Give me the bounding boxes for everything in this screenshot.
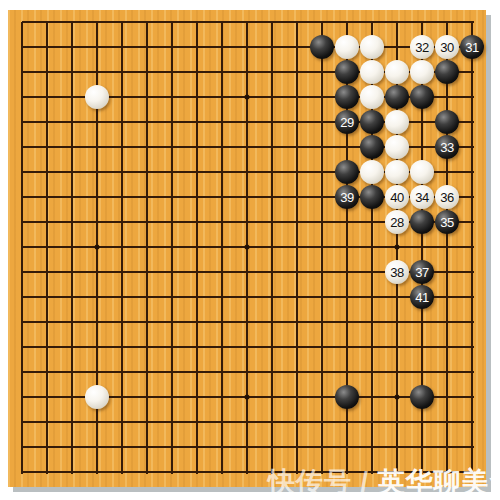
stone-white-move-30: 30	[435, 35, 459, 59]
grid-line-horizontal	[22, 321, 474, 323]
grid-line-horizontal	[22, 446, 474, 448]
move-number-label: 37	[415, 266, 428, 279]
grid-line-vertical	[21, 22, 23, 474]
grid-line-vertical	[221, 22, 223, 474]
stone-black	[360, 110, 384, 134]
stone-white	[85, 385, 109, 409]
grid-line-vertical	[71, 22, 73, 474]
grid-line-horizontal	[22, 296, 474, 298]
stone-white	[385, 160, 409, 184]
star-point	[245, 245, 250, 250]
stone-white-move-36: 36	[435, 185, 459, 209]
stone-white	[360, 60, 384, 84]
stone-black	[410, 85, 434, 109]
watermark-channel-label: 快传号 /	[268, 467, 378, 497]
star-point	[245, 95, 250, 100]
grid-line-horizontal	[22, 46, 474, 48]
stone-black	[435, 60, 459, 84]
stone-white	[360, 35, 384, 59]
grid-line-vertical	[171, 22, 173, 474]
stone-white	[85, 85, 109, 109]
stone-black	[335, 60, 359, 84]
stone-white	[410, 60, 434, 84]
stone-black-move-35: 35	[435, 210, 459, 234]
watermark-brand-name: 英华聊美食	[378, 467, 500, 497]
move-number-label: 35	[440, 216, 453, 229]
grid-line-vertical	[46, 22, 48, 474]
star-point	[395, 395, 400, 400]
stone-black	[335, 385, 359, 409]
grid-line-vertical	[471, 22, 473, 474]
stone-black	[335, 160, 359, 184]
move-number-label: 28	[390, 216, 403, 229]
stone-white	[360, 85, 384, 109]
grid-line-vertical	[196, 22, 198, 474]
grid-line-vertical	[271, 22, 273, 474]
grid-line-horizontal	[22, 371, 474, 373]
page: 3230312933394034362835383741 快传号 / 英华聊美食	[0, 0, 500, 500]
stone-black	[410, 385, 434, 409]
move-number-label: 30	[440, 41, 453, 54]
stone-white	[335, 35, 359, 59]
stone-black	[385, 85, 409, 109]
move-number-label: 29	[340, 116, 353, 129]
stone-white-move-38: 38	[385, 260, 409, 284]
stone-black	[410, 210, 434, 234]
stone-white	[360, 160, 384, 184]
stone-white	[385, 135, 409, 159]
stone-black-move-33: 33	[435, 135, 459, 159]
stone-white-move-34: 34	[410, 185, 434, 209]
grid-line-horizontal	[22, 421, 474, 423]
move-number-label: 41	[415, 291, 428, 304]
grid-line-horizontal	[22, 21, 474, 23]
grid-line-vertical	[446, 22, 448, 474]
stone-black	[435, 110, 459, 134]
stone-black-move-41: 41	[410, 285, 434, 309]
grid-line-vertical	[296, 22, 298, 474]
stone-black-move-29: 29	[335, 110, 359, 134]
move-number-label: 34	[415, 191, 428, 204]
stone-black	[360, 135, 384, 159]
stone-white-move-40: 40	[385, 185, 409, 209]
watermark: 快传号 / 英华聊美食	[268, 464, 500, 500]
stone-white	[410, 160, 434, 184]
star-point	[95, 245, 100, 250]
move-number-label: 38	[390, 266, 403, 279]
grid-line-vertical	[321, 22, 323, 474]
grid-line-vertical	[146, 22, 148, 474]
stone-black-move-39: 39	[335, 185, 359, 209]
stone-white-move-32: 32	[410, 35, 434, 59]
move-number-label: 33	[440, 141, 453, 154]
go-board: 3230312933394034362835383741	[8, 10, 486, 487]
stone-white-move-28: 28	[385, 210, 409, 234]
move-number-label: 32	[415, 41, 428, 54]
grid-line-vertical	[121, 22, 123, 474]
stone-white	[385, 110, 409, 134]
stone-black	[310, 35, 334, 59]
stone-black-move-37: 37	[410, 260, 434, 284]
move-number-label: 39	[340, 191, 353, 204]
move-number-label: 31	[465, 41, 478, 54]
stone-black	[335, 85, 359, 109]
star-point	[245, 395, 250, 400]
star-point	[395, 245, 400, 250]
stone-white	[385, 60, 409, 84]
move-number-label: 36	[440, 191, 453, 204]
stone-black	[360, 185, 384, 209]
grid-line-horizontal	[22, 346, 474, 348]
stone-black-move-31: 31	[460, 35, 484, 59]
move-number-label: 40	[390, 191, 403, 204]
